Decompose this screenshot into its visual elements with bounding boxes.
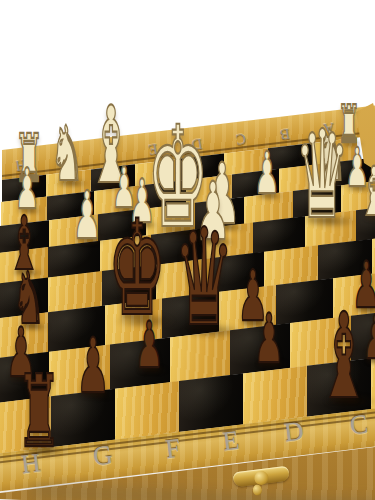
dark-pawn-4-piece: ♟ <box>254 304 284 372</box>
chess-set-photo: HGFEDCHGFEDCBA♜♞♝♜♞♟♟♟♟♝♛♟♟♚♟♟♝♟♚♟♞♛♟♟♟♟… <box>0 0 375 500</box>
file-label-far-B: B <box>279 125 291 143</box>
dark-pawn-5-piece: ♟ <box>135 313 164 377</box>
file-label-near-G: G <box>91 439 114 472</box>
latch-knob <box>252 484 262 496</box>
white-queen-1-piece: ♛ <box>295 113 350 235</box>
dark-queen-1-piece: ♛ <box>174 212 234 346</box>
dark-bishop-2-piece: ♝ <box>318 297 371 415</box>
white-pawn-7-piece: ♟ <box>72 182 102 248</box>
square-f8 <box>115 381 179 440</box>
white-pawn-2-piece: ♟ <box>254 145 280 203</box>
dark-rook-1-piece: ♜ <box>17 362 62 462</box>
dark-pawn-7-piece: ♟ <box>76 328 110 404</box>
square-e8 <box>179 373 243 432</box>
file-label-near-D: D <box>282 415 305 448</box>
white-bishop-2-piece: ♝ <box>359 157 375 225</box>
latch-disc <box>254 470 270 486</box>
file-label-near-E: E <box>221 425 241 458</box>
